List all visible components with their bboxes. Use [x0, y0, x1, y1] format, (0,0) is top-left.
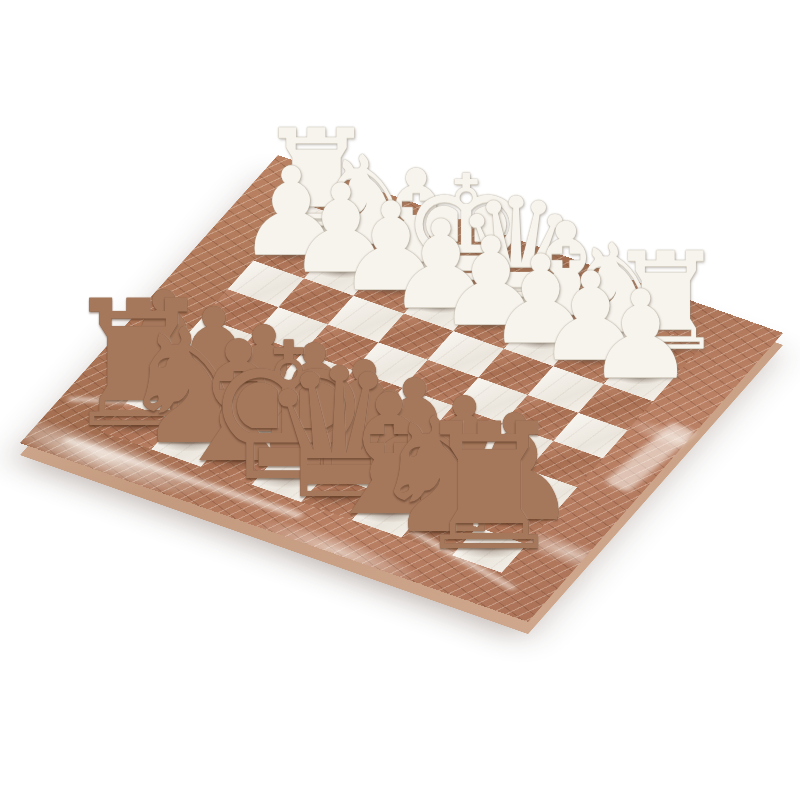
chess-set-photo: ♜♞♝♚♛♝♞♜♟♟♟♟♟♟♟♟♟♟♟♟♟♟♟♟♜♞♝♚♛♝♞♜	[0, 0, 800, 800]
